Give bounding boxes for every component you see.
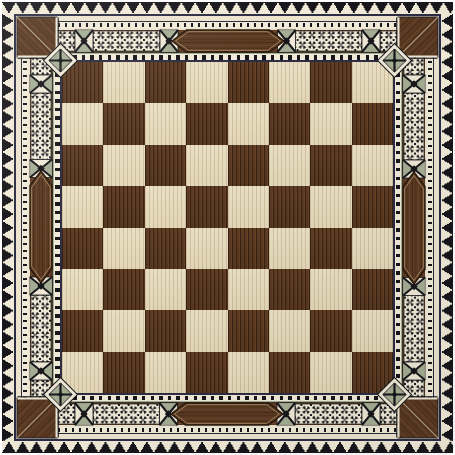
dash-strip	[428, 28, 432, 427]
square-r7c4[interactable]	[186, 310, 227, 351]
square-r2c5[interactable]	[228, 103, 269, 144]
sawtooth-band-top	[2, 2, 453, 14]
square-r4c3[interactable]	[145, 186, 186, 227]
square-r8c8[interactable]	[352, 352, 393, 393]
square-r3c2[interactable]	[103, 145, 144, 186]
square-r1c7[interactable]	[310, 62, 351, 103]
square-r8c7[interactable]	[310, 352, 351, 393]
dash-strip	[23, 428, 432, 432]
square-r4c4[interactable]	[186, 186, 227, 227]
dash-strip	[55, 60, 60, 395]
square-r1c6[interactable]	[269, 62, 310, 103]
square-r5c8[interactable]	[352, 228, 393, 269]
square-r6c6[interactable]	[269, 269, 310, 310]
square-r6c1[interactable]	[62, 269, 103, 310]
square-r4c8[interactable]	[352, 186, 393, 227]
square-r4c1[interactable]	[62, 186, 103, 227]
square-r1c4[interactable]	[186, 62, 227, 103]
square-r3c7[interactable]	[310, 145, 351, 186]
square-r8c4[interactable]	[186, 352, 227, 393]
square-r5c6[interactable]	[269, 228, 310, 269]
square-r1c2[interactable]	[103, 62, 144, 103]
square-r5c3[interactable]	[145, 228, 186, 269]
square-r2c8[interactable]	[352, 103, 393, 144]
dash-strip	[23, 23, 432, 27]
square-r1c5[interactable]	[228, 62, 269, 103]
square-r2c7[interactable]	[310, 103, 351, 144]
square-r7c8[interactable]	[352, 310, 393, 351]
square-r6c3[interactable]	[145, 269, 186, 310]
square-r7c3[interactable]	[145, 310, 186, 351]
square-r4c7[interactable]	[310, 186, 351, 227]
square-r7c5[interactable]	[228, 310, 269, 351]
square-r4c6[interactable]	[269, 186, 310, 227]
chessboard	[0, 0, 455, 455]
square-r1c8[interactable]	[352, 62, 393, 103]
square-r5c1[interactable]	[62, 228, 103, 269]
square-r2c6[interactable]	[269, 103, 310, 144]
square-r6c4[interactable]	[186, 269, 227, 310]
square-r3c1[interactable]	[62, 145, 103, 186]
square-r2c1[interactable]	[62, 103, 103, 144]
square-r6c2[interactable]	[103, 269, 144, 310]
square-r7c2[interactable]	[103, 310, 144, 351]
square-r8c3[interactable]	[145, 352, 186, 393]
square-r3c4[interactable]	[186, 145, 227, 186]
square-r7c7[interactable]	[310, 310, 351, 351]
square-r5c5[interactable]	[228, 228, 269, 269]
square-r4c2[interactable]	[103, 186, 144, 227]
square-r4c5[interactable]	[228, 186, 269, 227]
square-r2c3[interactable]	[145, 103, 186, 144]
sawtooth-band-right	[441, 14, 453, 441]
square-r6c5[interactable]	[228, 269, 269, 310]
dash-strip	[56, 55, 399, 60]
square-r1c3[interactable]	[145, 62, 186, 103]
square-r3c6[interactable]	[269, 145, 310, 186]
dash-strip	[56, 396, 399, 401]
square-r5c7[interactable]	[310, 228, 351, 269]
square-r5c4[interactable]	[186, 228, 227, 269]
dash-strip	[23, 28, 27, 427]
square-r8c6[interactable]	[269, 352, 310, 393]
square-r2c2[interactable]	[103, 103, 144, 144]
square-r2c4[interactable]	[186, 103, 227, 144]
square-r8c5[interactable]	[228, 352, 269, 393]
square-r8c2[interactable]	[103, 352, 144, 393]
square-r7c6[interactable]	[269, 310, 310, 351]
square-r7c1[interactable]	[62, 310, 103, 351]
square-r6c7[interactable]	[310, 269, 351, 310]
sawtooth-band-bottom	[2, 441, 453, 453]
board-squares	[62, 62, 393, 393]
square-r5c2[interactable]	[103, 228, 144, 269]
square-r3c8[interactable]	[352, 145, 393, 186]
sawtooth-band-left	[2, 14, 14, 441]
square-r1c1[interactable]	[62, 62, 103, 103]
dash-strip	[396, 60, 401, 395]
square-r6c8[interactable]	[352, 269, 393, 310]
square-r8c1[interactable]	[62, 352, 103, 393]
square-r3c5[interactable]	[228, 145, 269, 186]
square-r3c3[interactable]	[145, 145, 186, 186]
